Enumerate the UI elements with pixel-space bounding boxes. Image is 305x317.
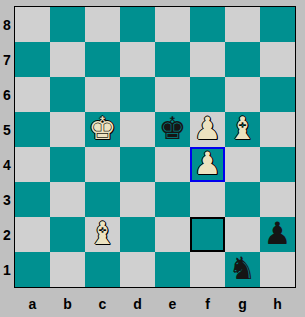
square-d1[interactable]: [120, 252, 155, 287]
square-g7[interactable]: [225, 42, 260, 77]
square-d3[interactable]: [120, 182, 155, 217]
file-labels: abcdefgh: [15, 290, 295, 317]
square-e1[interactable]: [155, 252, 190, 287]
square-e3[interactable]: [155, 182, 190, 217]
square-h7[interactable]: [260, 42, 295, 77]
square-d6[interactable]: [120, 77, 155, 112]
square-c6[interactable]: [85, 77, 120, 112]
square-h3[interactable]: [260, 182, 295, 217]
square-f7[interactable]: [190, 42, 225, 77]
square-e4[interactable]: [155, 147, 190, 182]
square-d5[interactable]: [120, 112, 155, 147]
file-label-c: c: [85, 290, 120, 317]
square-c1[interactable]: [85, 252, 120, 287]
square-b6[interactable]: [50, 77, 85, 112]
file-label-e: e: [155, 290, 190, 317]
rank-label-7: 7: [0, 42, 14, 77]
square-b5[interactable]: [50, 112, 85, 147]
square-e2[interactable]: [155, 217, 190, 252]
square-f6[interactable]: [190, 77, 225, 112]
square-g5[interactable]: ♝: [225, 112, 260, 147]
square-c2[interactable]: ♝: [85, 217, 120, 252]
square-g6[interactable]: [225, 77, 260, 112]
square-d8[interactable]: [120, 7, 155, 42]
square-b1[interactable]: [50, 252, 85, 287]
square-g8[interactable]: [225, 7, 260, 42]
square-g3[interactable]: [225, 182, 260, 217]
square-a1[interactable]: [15, 252, 50, 287]
board-frame: ♚♚♟♝♟♝♟♞: [14, 6, 296, 288]
square-g1[interactable]: ♞: [225, 252, 260, 287]
square-f8[interactable]: [190, 7, 225, 42]
square-g4[interactable]: [225, 147, 260, 182]
square-b2[interactable]: [50, 217, 85, 252]
rank-label-2: 2: [0, 217, 14, 252]
white-king[interactable]: ♚: [89, 111, 117, 146]
square-a3[interactable]: [15, 182, 50, 217]
square-e7[interactable]: [155, 42, 190, 77]
square-f1[interactable]: [190, 252, 225, 287]
square-d7[interactable]: [120, 42, 155, 77]
square-b7[interactable]: [50, 42, 85, 77]
white-bishop[interactable]: ♝: [229, 111, 257, 146]
square-g2[interactable]: [225, 217, 260, 252]
square-a5[interactable]: [15, 112, 50, 147]
black-pawn[interactable]: ♟: [264, 216, 292, 251]
square-c8[interactable]: [85, 7, 120, 42]
square-a2[interactable]: [15, 217, 50, 252]
file-label-b: b: [50, 290, 85, 317]
chess-diagram: 87654321 ♚♚♟♝♟♝♟♞ abcdefgh: [0, 0, 305, 317]
square-h4[interactable]: [260, 147, 295, 182]
rank-labels: 87654321: [0, 7, 14, 287]
square-h1[interactable]: [260, 252, 295, 287]
square-a4[interactable]: [15, 147, 50, 182]
rank-label-1: 1: [0, 252, 14, 287]
white-bishop[interactable]: ♝: [89, 216, 117, 251]
square-f4-highlight[interactable]: ♟: [190, 147, 225, 182]
square-d4[interactable]: [120, 147, 155, 182]
square-f2-highlight[interactable]: [190, 217, 225, 252]
file-label-a: a: [15, 290, 50, 317]
square-b8[interactable]: [50, 7, 85, 42]
square-f5[interactable]: ♟: [190, 112, 225, 147]
square-h5[interactable]: [260, 112, 295, 147]
white-pawn[interactable]: ♟: [194, 111, 222, 146]
square-a6[interactable]: [15, 77, 50, 112]
black-knight[interactable]: ♞: [229, 251, 257, 286]
file-label-f: f: [190, 290, 225, 317]
rank-label-5: 5: [0, 112, 14, 147]
square-c7[interactable]: [85, 42, 120, 77]
square-e5[interactable]: ♚: [155, 112, 190, 147]
square-b4[interactable]: [50, 147, 85, 182]
square-b3[interactable]: [50, 182, 85, 217]
rank-label-6: 6: [0, 77, 14, 112]
square-e6[interactable]: [155, 77, 190, 112]
square-c3[interactable]: [85, 182, 120, 217]
chess-board: ♚♚♟♝♟♝♟♞: [15, 7, 295, 287]
file-label-h: h: [260, 290, 295, 317]
square-a8[interactable]: [15, 7, 50, 42]
file-label-g: g: [225, 290, 260, 317]
square-h6[interactable]: [260, 77, 295, 112]
rank-label-3: 3: [0, 182, 14, 217]
black-king[interactable]: ♚: [159, 111, 187, 146]
file-label-d: d: [120, 290, 155, 317]
square-h8[interactable]: [260, 7, 295, 42]
white-pawn[interactable]: ♟: [194, 146, 222, 181]
rank-label-8: 8: [0, 7, 14, 42]
square-c5[interactable]: ♚: [85, 112, 120, 147]
rank-label-4: 4: [0, 147, 14, 182]
square-f3[interactable]: [190, 182, 225, 217]
square-a7[interactable]: [15, 42, 50, 77]
square-d2[interactable]: [120, 217, 155, 252]
square-h2[interactable]: ♟: [260, 217, 295, 252]
square-c4[interactable]: [85, 147, 120, 182]
square-e8[interactable]: [155, 7, 190, 42]
